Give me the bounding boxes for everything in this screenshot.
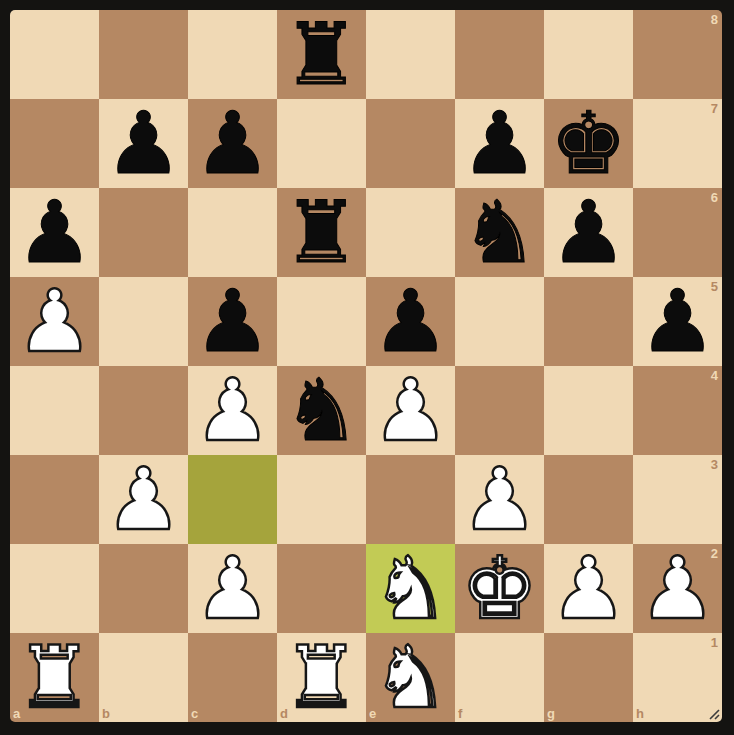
square-e1[interactable]: ♞e	[366, 633, 455, 722]
rank-label-7: 7	[711, 101, 718, 116]
file-label-a: a	[13, 706, 20, 721]
black-pawn[interactable]: ♟	[455, 99, 544, 188]
file-label-g: g	[547, 706, 555, 721]
white-pawn[interactable]: ♟	[366, 366, 455, 455]
square-c3[interactable]	[188, 455, 277, 544]
rank-label-3: 3	[711, 457, 718, 472]
square-a1[interactable]: ♜a	[10, 633, 99, 722]
square-h7[interactable]: 7	[633, 99, 722, 188]
square-f3[interactable]: ♟	[455, 455, 544, 544]
white-rook[interactable]: ♜	[10, 633, 99, 722]
white-pawn[interactable]: ♟	[188, 366, 277, 455]
white-knight[interactable]: ♞	[366, 544, 455, 633]
black-pawn[interactable]: ♟	[99, 99, 188, 188]
white-pawn[interactable]: ♟	[633, 544, 722, 633]
square-a7[interactable]	[10, 99, 99, 188]
square-h8[interactable]: 8	[633, 10, 722, 99]
black-king[interactable]: ♚	[544, 99, 633, 188]
black-rook[interactable]: ♜	[277, 188, 366, 277]
square-d1[interactable]: ♜d	[277, 633, 366, 722]
square-h2[interactable]: ♟2	[633, 544, 722, 633]
file-label-f: f	[458, 706, 462, 721]
square-f8[interactable]	[455, 10, 544, 99]
square-g2[interactable]: ♟	[544, 544, 633, 633]
rank-label-2: 2	[711, 546, 718, 561]
board-resize-handle-icon[interactable]	[707, 707, 721, 721]
square-h3[interactable]: 3	[633, 455, 722, 544]
square-b3[interactable]: ♟	[99, 455, 188, 544]
square-g5[interactable]	[544, 277, 633, 366]
rank-label-6: 6	[711, 190, 718, 205]
square-h6[interactable]: 6	[633, 188, 722, 277]
square-h4[interactable]: 4	[633, 366, 722, 455]
square-a5[interactable]: ♟	[10, 277, 99, 366]
square-d5[interactable]	[277, 277, 366, 366]
square-a8[interactable]	[10, 10, 99, 99]
square-g1[interactable]: g	[544, 633, 633, 722]
square-e5[interactable]: ♟	[366, 277, 455, 366]
square-g7[interactable]: ♚	[544, 99, 633, 188]
square-f5[interactable]	[455, 277, 544, 366]
square-c6[interactable]	[188, 188, 277, 277]
square-d3[interactable]	[277, 455, 366, 544]
white-pawn[interactable]: ♟	[99, 455, 188, 544]
square-e7[interactable]	[366, 99, 455, 188]
square-f4[interactable]	[455, 366, 544, 455]
file-label-d: d	[280, 706, 288, 721]
square-b5[interactable]	[99, 277, 188, 366]
square-f6[interactable]: ♞	[455, 188, 544, 277]
white-knight[interactable]: ♞	[366, 633, 455, 722]
square-c8[interactable]	[188, 10, 277, 99]
white-pawn[interactable]: ♟	[188, 544, 277, 633]
white-pawn[interactable]: ♟	[10, 277, 99, 366]
square-f2[interactable]: ♚	[455, 544, 544, 633]
white-pawn[interactable]: ♟	[455, 455, 544, 544]
black-pawn[interactable]: ♟	[633, 277, 722, 366]
square-b4[interactable]	[99, 366, 188, 455]
square-c2[interactable]: ♟	[188, 544, 277, 633]
square-e2[interactable]: ♞	[366, 544, 455, 633]
square-d4[interactable]: ♞	[277, 366, 366, 455]
chessboard: ♜8♟♟♟♚7♟♜♞♟6♟♟♟♟5♟♞♟4♟♟3♟♞♚♟♟2♜abc♜d♞efg…	[10, 10, 722, 722]
square-g3[interactable]	[544, 455, 633, 544]
square-d2[interactable]	[277, 544, 366, 633]
rank-label-4: 4	[711, 368, 718, 383]
file-label-b: b	[102, 706, 110, 721]
square-h1[interactable]: 1h	[633, 633, 722, 722]
square-g6[interactable]: ♟	[544, 188, 633, 277]
square-b8[interactable]	[99, 10, 188, 99]
white-rook[interactable]: ♜	[277, 633, 366, 722]
square-e4[interactable]: ♟	[366, 366, 455, 455]
square-g8[interactable]	[544, 10, 633, 99]
square-b7[interactable]: ♟	[99, 99, 188, 188]
square-a6[interactable]: ♟	[10, 188, 99, 277]
black-knight[interactable]: ♞	[455, 188, 544, 277]
square-a4[interactable]	[10, 366, 99, 455]
square-f7[interactable]: ♟	[455, 99, 544, 188]
square-d7[interactable]	[277, 99, 366, 188]
black-pawn[interactable]: ♟	[188, 99, 277, 188]
white-king[interactable]: ♚	[455, 544, 544, 633]
square-a2[interactable]	[10, 544, 99, 633]
black-pawn[interactable]: ♟	[10, 188, 99, 277]
file-label-c: c	[191, 706, 198, 721]
square-b1[interactable]: b	[99, 633, 188, 722]
black-pawn[interactable]: ♟	[366, 277, 455, 366]
square-c1[interactable]: c	[188, 633, 277, 722]
rank-label-5: 5	[711, 279, 718, 294]
black-knight[interactable]: ♞	[277, 366, 366, 455]
black-rook[interactable]: ♜	[277, 10, 366, 99]
square-d8[interactable]: ♜	[277, 10, 366, 99]
rank-label-1: 1	[711, 635, 718, 650]
square-e8[interactable]	[366, 10, 455, 99]
square-g4[interactable]	[544, 366, 633, 455]
square-d6[interactable]: ♜	[277, 188, 366, 277]
file-label-h: h	[636, 706, 644, 721]
black-pawn[interactable]: ♟	[188, 277, 277, 366]
square-b2[interactable]	[99, 544, 188, 633]
square-e6[interactable]	[366, 188, 455, 277]
square-a3[interactable]	[10, 455, 99, 544]
black-pawn[interactable]: ♟	[544, 188, 633, 277]
square-f1[interactable]: f	[455, 633, 544, 722]
white-pawn[interactable]: ♟	[544, 544, 633, 633]
square-b6[interactable]	[99, 188, 188, 277]
rank-label-8: 8	[711, 12, 718, 27]
square-h5[interactable]: ♟5	[633, 277, 722, 366]
square-c7[interactable]: ♟	[188, 99, 277, 188]
square-e3[interactable]	[366, 455, 455, 544]
square-c5[interactable]: ♟	[188, 277, 277, 366]
file-label-e: e	[369, 706, 376, 721]
square-c4[interactable]: ♟	[188, 366, 277, 455]
